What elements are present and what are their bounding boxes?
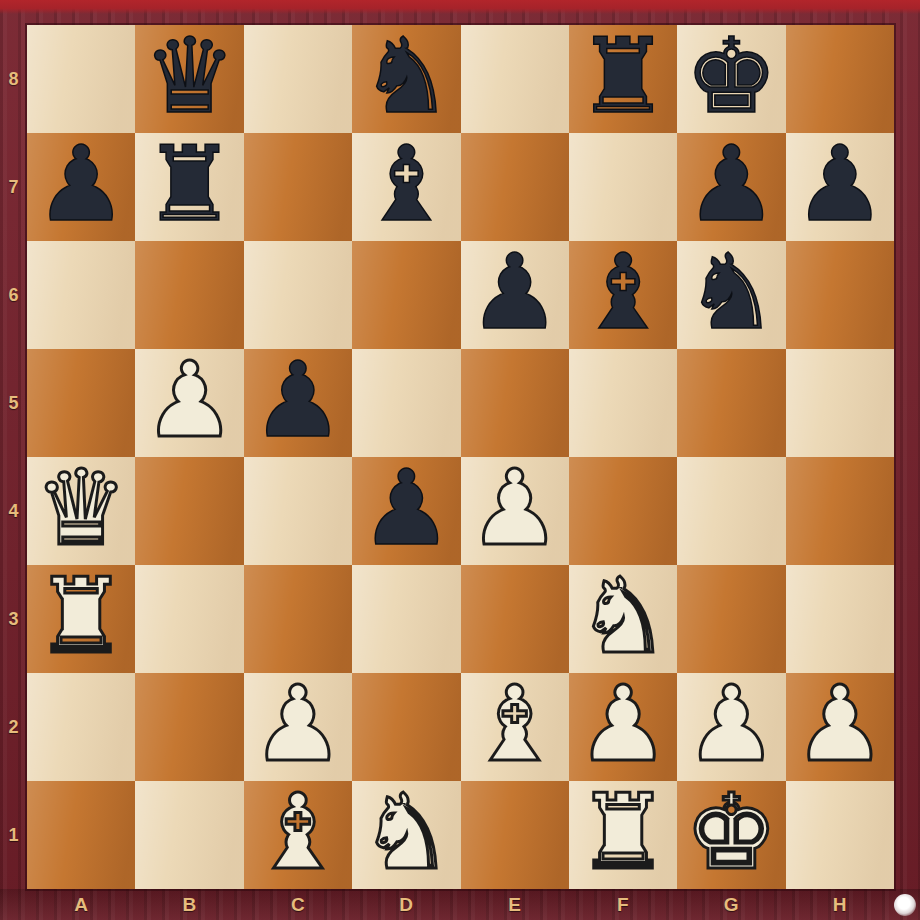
square-d7[interactable]: ♝ bbox=[352, 133, 460, 241]
square-a1[interactable] bbox=[27, 781, 135, 889]
square-a2[interactable] bbox=[27, 673, 135, 781]
square-h2[interactable]: ♟ bbox=[786, 673, 894, 781]
square-d8[interactable]: ♞ bbox=[352, 25, 460, 133]
square-a5[interactable] bbox=[27, 349, 135, 457]
square-c2[interactable]: ♟ bbox=[244, 673, 352, 781]
square-g3[interactable] bbox=[677, 565, 785, 673]
square-e2[interactable]: ♝ bbox=[461, 673, 569, 781]
square-a8[interactable] bbox=[27, 25, 135, 133]
square-d6[interactable] bbox=[352, 241, 460, 349]
square-e3[interactable] bbox=[461, 565, 569, 673]
white-pawn: ♟ bbox=[576, 672, 669, 776]
square-b1[interactable] bbox=[135, 781, 243, 889]
rank-label-5: 5 bbox=[0, 349, 27, 457]
black-bishop: ♝ bbox=[576, 240, 669, 344]
white-pawn: ♟ bbox=[143, 348, 236, 452]
square-b2[interactable] bbox=[135, 673, 243, 781]
board-frame: ♛♞♜♚♟♜♝♟♟♟♝♞♟♟♛♟♟♜♞♟♝♟♟♟♝♞♜♚ 87654321 AB… bbox=[0, 0, 920, 920]
square-b4[interactable] bbox=[135, 457, 243, 565]
square-h8[interactable] bbox=[786, 25, 894, 133]
black-rook: ♜ bbox=[143, 132, 236, 236]
square-a4[interactable]: ♛ bbox=[27, 457, 135, 565]
square-c6[interactable] bbox=[244, 241, 352, 349]
square-g1[interactable]: ♚ bbox=[677, 781, 785, 889]
white-bishop: ♝ bbox=[468, 672, 561, 776]
black-king: ♚ bbox=[685, 24, 778, 128]
white-king: ♚ bbox=[685, 780, 778, 884]
square-f6[interactable]: ♝ bbox=[569, 241, 677, 349]
file-label-e: E bbox=[461, 889, 569, 920]
white-queen: ♛ bbox=[35, 456, 128, 560]
square-c5[interactable]: ♟ bbox=[244, 349, 352, 457]
square-f8[interactable]: ♜ bbox=[569, 25, 677, 133]
file-label-d: D bbox=[352, 889, 460, 920]
square-g8[interactable]: ♚ bbox=[677, 25, 785, 133]
black-pawn: ♟ bbox=[360, 456, 453, 560]
rank-label-2: 2 bbox=[0, 673, 27, 781]
white-rook: ♜ bbox=[576, 780, 669, 884]
white-rook: ♜ bbox=[35, 564, 128, 668]
rank-label-6: 6 bbox=[0, 241, 27, 349]
square-e6[interactable]: ♟ bbox=[461, 241, 569, 349]
square-c7[interactable] bbox=[244, 133, 352, 241]
file-label-f: F bbox=[569, 889, 677, 920]
square-d2[interactable] bbox=[352, 673, 460, 781]
file-label-c: C bbox=[244, 889, 352, 920]
square-h5[interactable] bbox=[786, 349, 894, 457]
chess-board: ♛♞♜♚♟♜♝♟♟♟♝♞♟♟♛♟♟♜♞♟♝♟♟♟♝♞♜♚ bbox=[27, 25, 894, 889]
rank-label-7: 7 bbox=[0, 133, 27, 241]
black-queen: ♛ bbox=[143, 24, 236, 128]
black-bishop: ♝ bbox=[360, 132, 453, 236]
file-label-b: B bbox=[135, 889, 243, 920]
white-pawn: ♟ bbox=[251, 672, 344, 776]
square-f4[interactable] bbox=[569, 457, 677, 565]
square-a3[interactable]: ♜ bbox=[27, 565, 135, 673]
square-f3[interactable]: ♞ bbox=[569, 565, 677, 673]
file-label-a: A bbox=[27, 889, 135, 920]
square-h3[interactable] bbox=[786, 565, 894, 673]
square-h6[interactable] bbox=[786, 241, 894, 349]
square-g5[interactable] bbox=[677, 349, 785, 457]
white-bishop: ♝ bbox=[251, 780, 344, 884]
rank-label-3: 3 bbox=[0, 565, 27, 673]
square-c4[interactable] bbox=[244, 457, 352, 565]
file-label-h: H bbox=[786, 889, 894, 920]
black-rook: ♜ bbox=[576, 24, 669, 128]
black-pawn: ♟ bbox=[468, 240, 561, 344]
square-c3[interactable] bbox=[244, 565, 352, 673]
black-knight: ♞ bbox=[360, 24, 453, 128]
black-pawn: ♟ bbox=[793, 132, 886, 236]
rank-label-8: 8 bbox=[0, 25, 27, 133]
square-f5[interactable] bbox=[569, 349, 677, 457]
black-pawn: ♟ bbox=[685, 132, 778, 236]
white-pawn: ♟ bbox=[793, 672, 886, 776]
rank-label-4: 4 bbox=[0, 457, 27, 565]
square-h7[interactable]: ♟ bbox=[786, 133, 894, 241]
square-e5[interactable] bbox=[461, 349, 569, 457]
square-e1[interactable] bbox=[461, 781, 569, 889]
frame-top-edge bbox=[0, 0, 920, 14]
square-a6[interactable] bbox=[27, 241, 135, 349]
square-c1[interactable]: ♝ bbox=[244, 781, 352, 889]
corner-dot-icon bbox=[894, 894, 916, 916]
square-b6[interactable] bbox=[135, 241, 243, 349]
square-d5[interactable] bbox=[352, 349, 460, 457]
square-g6[interactable]: ♞ bbox=[677, 241, 785, 349]
square-g4[interactable] bbox=[677, 457, 785, 565]
white-knight: ♞ bbox=[576, 564, 669, 668]
square-e4[interactable]: ♟ bbox=[461, 457, 569, 565]
square-f2[interactable]: ♟ bbox=[569, 673, 677, 781]
black-pawn: ♟ bbox=[35, 132, 128, 236]
rank-label-1: 1 bbox=[0, 781, 27, 889]
square-b3[interactable] bbox=[135, 565, 243, 673]
white-pawn: ♟ bbox=[685, 672, 778, 776]
square-b7[interactable]: ♜ bbox=[135, 133, 243, 241]
file-label-g: G bbox=[677, 889, 785, 920]
white-pawn: ♟ bbox=[468, 456, 561, 560]
square-c8[interactable] bbox=[244, 25, 352, 133]
white-knight: ♞ bbox=[360, 780, 453, 884]
square-d3[interactable] bbox=[352, 565, 460, 673]
black-pawn: ♟ bbox=[251, 348, 344, 452]
black-knight: ♞ bbox=[685, 240, 778, 344]
square-g7[interactable]: ♟ bbox=[677, 133, 785, 241]
square-g2[interactable]: ♟ bbox=[677, 673, 785, 781]
square-d4[interactable]: ♟ bbox=[352, 457, 460, 565]
square-f7[interactable] bbox=[569, 133, 677, 241]
square-d1[interactable]: ♞ bbox=[352, 781, 460, 889]
square-h4[interactable] bbox=[786, 457, 894, 565]
square-h1[interactable] bbox=[786, 781, 894, 889]
square-f1[interactable]: ♜ bbox=[569, 781, 677, 889]
square-b5[interactable]: ♟ bbox=[135, 349, 243, 457]
square-e8[interactable] bbox=[461, 25, 569, 133]
square-e7[interactable] bbox=[461, 133, 569, 241]
square-b8[interactable]: ♛ bbox=[135, 25, 243, 133]
square-a7[interactable]: ♟ bbox=[27, 133, 135, 241]
